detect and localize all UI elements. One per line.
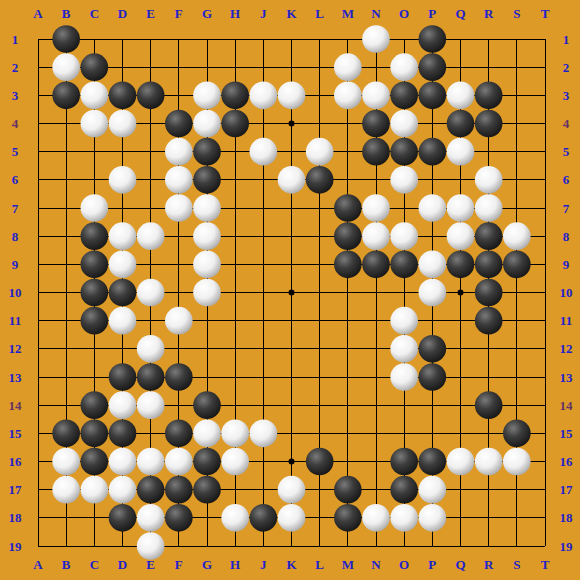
white-stone-D17 xyxy=(109,476,137,504)
black-stone-D10 xyxy=(109,279,137,307)
col-label-bottom-Q: Q xyxy=(455,557,465,572)
white-stone-H15 xyxy=(221,420,249,448)
black-stone-E17 xyxy=(137,476,165,504)
black-stone-G5 xyxy=(193,138,221,166)
black-stone-F13 xyxy=(165,363,193,391)
row-label-left-2: 2 xyxy=(12,60,19,75)
white-stone-B2 xyxy=(52,53,80,81)
row-label-left-11: 11 xyxy=(9,313,21,328)
goban-screenshot: AABBCCDDEEFFGGHHJJKKLLMMNNOOPPQQRRSSTT11… xyxy=(0,0,580,580)
black-stone-R11 xyxy=(475,307,503,335)
col-label-top-O: O xyxy=(399,6,409,21)
col-label-bottom-L: L xyxy=(315,557,324,572)
black-stone-G16 xyxy=(193,448,221,476)
black-stone-D3 xyxy=(109,82,137,110)
row-label-left-16: 16 xyxy=(9,454,23,469)
white-stone-N1 xyxy=(362,25,390,53)
black-stone-R3 xyxy=(475,82,503,110)
row-label-right-2: 2 xyxy=(563,60,570,75)
white-stone-N7 xyxy=(362,194,390,222)
white-stone-Q7 xyxy=(447,194,475,222)
white-stone-O2 xyxy=(390,53,418,81)
col-label-top-Q: Q xyxy=(455,6,465,21)
white-stone-O6 xyxy=(390,166,418,194)
white-stone-P10 xyxy=(419,279,447,307)
row-label-left-13: 13 xyxy=(9,370,23,385)
white-stone-M2 xyxy=(334,53,362,81)
go-board[interactable]: AABBCCDDEEFFGGHHJJKKLLMMNNOOPPQQRRSSTT11… xyxy=(0,0,580,580)
white-stone-S8 xyxy=(503,222,531,250)
row-label-right-12: 12 xyxy=(560,341,573,356)
black-stone-P1 xyxy=(419,25,447,53)
row-label-right-3: 3 xyxy=(563,88,570,103)
row-label-right-14: 14 xyxy=(560,398,574,413)
white-stone-R16 xyxy=(475,448,503,476)
black-stone-C2 xyxy=(81,53,109,81)
white-stone-Q8 xyxy=(447,222,475,250)
black-stone-N9 xyxy=(362,251,390,279)
col-label-bottom-A: A xyxy=(33,557,43,572)
row-label-right-18: 18 xyxy=(560,510,574,525)
black-stone-Q4 xyxy=(447,110,475,138)
col-label-top-K: K xyxy=(286,6,297,21)
black-stone-R4 xyxy=(475,110,503,138)
col-label-bottom-M: M xyxy=(342,557,354,572)
black-stone-C14 xyxy=(81,391,109,419)
black-stone-O16 xyxy=(390,448,418,476)
white-stone-G10 xyxy=(193,279,221,307)
black-stone-H4 xyxy=(221,110,249,138)
black-stone-C16 xyxy=(81,448,109,476)
star-point-K4 xyxy=(289,121,295,127)
col-label-top-A: A xyxy=(33,6,43,21)
white-stone-E14 xyxy=(137,391,165,419)
row-label-left-18: 18 xyxy=(9,510,23,525)
row-label-left-7: 7 xyxy=(12,201,19,216)
white-stone-C3 xyxy=(81,82,109,110)
black-stone-S15 xyxy=(503,420,531,448)
black-stone-H3 xyxy=(221,82,249,110)
col-label-bottom-O: O xyxy=(399,557,409,572)
col-label-bottom-D: D xyxy=(118,557,127,572)
row-label-right-5: 5 xyxy=(563,144,570,159)
white-stone-D6 xyxy=(109,166,137,194)
row-label-left-9: 9 xyxy=(12,257,19,272)
row-label-left-1: 1 xyxy=(12,32,19,47)
row-label-left-12: 12 xyxy=(9,341,22,356)
white-stone-N3 xyxy=(362,82,390,110)
row-label-left-6: 6 xyxy=(12,172,19,187)
white-stone-D8 xyxy=(109,222,137,250)
white-stone-J5 xyxy=(250,138,278,166)
white-stone-D4 xyxy=(109,110,137,138)
white-stone-P18 xyxy=(419,504,447,532)
white-stone-E10 xyxy=(137,279,165,307)
white-stone-H16 xyxy=(221,448,249,476)
black-stone-P2 xyxy=(419,53,447,81)
col-label-bottom-B: B xyxy=(62,557,71,572)
col-label-bottom-S: S xyxy=(513,557,520,572)
black-stone-M18 xyxy=(334,504,362,532)
row-label-right-6: 6 xyxy=(563,172,570,187)
white-stone-E16 xyxy=(137,448,165,476)
star-point-K10 xyxy=(289,290,295,296)
white-stone-F16 xyxy=(165,448,193,476)
white-stone-F6 xyxy=(165,166,193,194)
black-stone-P13 xyxy=(419,363,447,391)
col-label-top-B: B xyxy=(62,6,71,21)
black-stone-B15 xyxy=(52,420,80,448)
white-stone-F5 xyxy=(165,138,193,166)
col-label-top-E: E xyxy=(146,6,155,21)
black-stone-E13 xyxy=(137,363,165,391)
row-label-right-15: 15 xyxy=(560,426,574,441)
white-stone-M3 xyxy=(334,82,362,110)
row-label-left-19: 19 xyxy=(9,539,23,554)
col-label-top-N: N xyxy=(371,6,381,21)
black-stone-C15 xyxy=(81,420,109,448)
col-label-bottom-G: G xyxy=(202,557,212,572)
col-label-top-M: M xyxy=(342,6,354,21)
black-stone-F15 xyxy=(165,420,193,448)
white-stone-N8 xyxy=(362,222,390,250)
white-stone-Q3 xyxy=(447,82,475,110)
white-stone-G3 xyxy=(193,82,221,110)
white-stone-E12 xyxy=(137,335,165,363)
white-stone-K3 xyxy=(278,82,306,110)
white-stone-K6 xyxy=(278,166,306,194)
col-label-top-D: D xyxy=(118,6,127,21)
col-label-bottom-F: F xyxy=(175,557,183,572)
white-stone-O18 xyxy=(390,504,418,532)
white-stone-S16 xyxy=(503,448,531,476)
black-stone-L16 xyxy=(306,448,334,476)
white-stone-C4 xyxy=(81,110,109,138)
white-stone-D9 xyxy=(109,251,137,279)
white-stone-D14 xyxy=(109,391,137,419)
black-stone-M8 xyxy=(334,222,362,250)
col-label-bottom-E: E xyxy=(146,557,155,572)
white-stone-P17 xyxy=(419,476,447,504)
col-label-bottom-T: T xyxy=(541,557,550,572)
black-stone-G14 xyxy=(193,391,221,419)
col-label-bottom-C: C xyxy=(90,557,99,572)
black-stone-S9 xyxy=(503,251,531,279)
black-stone-M9 xyxy=(334,251,362,279)
black-stone-N5 xyxy=(362,138,390,166)
white-stone-P7 xyxy=(419,194,447,222)
col-label-top-L: L xyxy=(315,6,324,21)
black-stone-J18 xyxy=(250,504,278,532)
black-stone-R14 xyxy=(475,391,503,419)
black-stone-F4 xyxy=(165,110,193,138)
black-stone-C11 xyxy=(81,307,109,335)
white-stone-C7 xyxy=(81,194,109,222)
col-label-top-G: G xyxy=(202,6,212,21)
col-label-top-R: R xyxy=(484,6,494,21)
row-label-right-16: 16 xyxy=(560,454,574,469)
black-stone-C8 xyxy=(81,222,109,250)
white-stone-G7 xyxy=(193,194,221,222)
white-stone-G9 xyxy=(193,251,221,279)
black-stone-R10 xyxy=(475,279,503,307)
col-label-top-H: H xyxy=(230,6,240,21)
row-label-right-9: 9 xyxy=(563,257,570,272)
col-label-bottom-P: P xyxy=(428,557,436,572)
white-stone-O13 xyxy=(390,363,418,391)
col-label-bottom-H: H xyxy=(230,557,240,572)
white-stone-O11 xyxy=(390,307,418,335)
col-label-bottom-J: J xyxy=(260,557,267,572)
row-label-left-14: 14 xyxy=(9,398,23,413)
black-stone-P16 xyxy=(419,448,447,476)
black-stone-R9 xyxy=(475,251,503,279)
col-label-bottom-K: K xyxy=(286,557,297,572)
white-stone-F7 xyxy=(165,194,193,222)
black-stone-N4 xyxy=(362,110,390,138)
col-label-top-S: S xyxy=(513,6,520,21)
row-label-left-4: 4 xyxy=(12,116,19,131)
black-stone-D15 xyxy=(109,420,137,448)
col-label-bottom-N: N xyxy=(371,557,381,572)
black-stone-O17 xyxy=(390,476,418,504)
white-stone-C17 xyxy=(81,476,109,504)
row-label-right-11: 11 xyxy=(560,313,572,328)
black-stone-C10 xyxy=(81,279,109,307)
white-stone-E18 xyxy=(137,504,165,532)
black-stone-R8 xyxy=(475,222,503,250)
white-stone-L5 xyxy=(306,138,334,166)
white-stone-O12 xyxy=(390,335,418,363)
row-label-left-17: 17 xyxy=(9,482,23,497)
white-stone-N18 xyxy=(362,504,390,532)
row-label-left-5: 5 xyxy=(12,144,19,159)
white-stone-P9 xyxy=(419,251,447,279)
star-point-Q10 xyxy=(458,290,464,296)
black-stone-G17 xyxy=(193,476,221,504)
row-label-right-17: 17 xyxy=(560,482,574,497)
white-stone-Q5 xyxy=(447,138,475,166)
black-stone-P5 xyxy=(419,138,447,166)
row-label-left-3: 3 xyxy=(12,88,19,103)
black-stone-F18 xyxy=(165,504,193,532)
row-label-right-13: 13 xyxy=(560,370,574,385)
col-label-top-F: F xyxy=(175,6,183,21)
black-stone-M7 xyxy=(334,194,362,222)
white-stone-O4 xyxy=(390,110,418,138)
star-point-K16 xyxy=(289,459,295,465)
row-label-left-15: 15 xyxy=(9,426,23,441)
black-stone-G6 xyxy=(193,166,221,194)
black-stone-B3 xyxy=(52,82,80,110)
white-stone-G15 xyxy=(193,420,221,448)
white-stone-D16 xyxy=(109,448,137,476)
black-stone-L6 xyxy=(306,166,334,194)
black-stone-M17 xyxy=(334,476,362,504)
white-stone-J3 xyxy=(250,82,278,110)
row-label-left-10: 10 xyxy=(9,285,22,300)
white-stone-Q16 xyxy=(447,448,475,476)
white-stone-F11 xyxy=(165,307,193,335)
col-label-bottom-R: R xyxy=(484,557,494,572)
black-stone-D13 xyxy=(109,363,137,391)
row-label-right-10: 10 xyxy=(560,285,573,300)
white-stone-G8 xyxy=(193,222,221,250)
black-stone-O9 xyxy=(390,251,418,279)
white-stone-D11 xyxy=(109,307,137,335)
black-stone-O3 xyxy=(390,82,418,110)
row-label-left-8: 8 xyxy=(12,229,19,244)
black-stone-D18 xyxy=(109,504,137,532)
black-stone-E3 xyxy=(137,82,165,110)
row-label-right-8: 8 xyxy=(563,229,570,244)
black-stone-P12 xyxy=(419,335,447,363)
col-label-top-J: J xyxy=(260,6,267,21)
white-stone-G4 xyxy=(193,110,221,138)
white-stone-B17 xyxy=(52,476,80,504)
black-stone-F17 xyxy=(165,476,193,504)
white-stone-K17 xyxy=(278,476,306,504)
col-label-top-C: C xyxy=(90,6,99,21)
white-stone-E8 xyxy=(137,222,165,250)
white-stone-R7 xyxy=(475,194,503,222)
black-stone-C9 xyxy=(81,251,109,279)
black-stone-B1 xyxy=(52,25,80,53)
col-label-top-P: P xyxy=(428,6,436,21)
white-stone-H18 xyxy=(221,504,249,532)
black-stone-P3 xyxy=(419,82,447,110)
white-stone-J15 xyxy=(250,420,278,448)
row-label-right-7: 7 xyxy=(563,201,570,216)
row-label-right-19: 19 xyxy=(560,539,574,554)
white-stone-B16 xyxy=(52,448,80,476)
black-stone-O5 xyxy=(390,138,418,166)
white-stone-K18 xyxy=(278,504,306,532)
col-label-top-T: T xyxy=(541,6,550,21)
black-stone-Q9 xyxy=(447,251,475,279)
row-label-right-4: 4 xyxy=(563,116,570,131)
white-stone-O8 xyxy=(390,222,418,250)
white-stone-R6 xyxy=(475,166,503,194)
row-label-right-1: 1 xyxy=(563,32,570,47)
